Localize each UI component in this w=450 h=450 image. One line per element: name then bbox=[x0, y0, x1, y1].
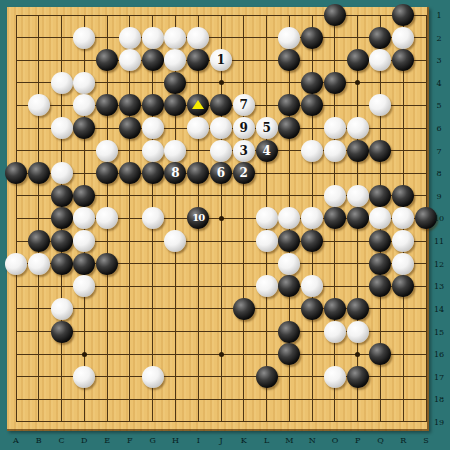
stone-black[interactable]: 8 bbox=[164, 162, 186, 184]
stone-black[interactable] bbox=[96, 253, 118, 275]
stone-black[interactable] bbox=[301, 298, 323, 320]
stone-black[interactable] bbox=[301, 27, 323, 49]
stone-black[interactable] bbox=[278, 94, 300, 116]
stone-black[interactable] bbox=[96, 94, 118, 116]
stone-black[interactable]: 4 bbox=[256, 140, 278, 162]
stone-white[interactable] bbox=[210, 117, 232, 139]
stone-white[interactable] bbox=[347, 117, 369, 139]
stone-white[interactable] bbox=[73, 230, 95, 252]
stone-white[interactable] bbox=[96, 140, 118, 162]
stone-white[interactable] bbox=[324, 140, 346, 162]
stone-white[interactable]: 3 bbox=[233, 140, 255, 162]
move-number-label: 7 bbox=[233, 94, 255, 116]
rank-label: 6 bbox=[431, 124, 447, 133]
file-label: C bbox=[54, 436, 70, 445]
stone-white[interactable] bbox=[324, 117, 346, 139]
star-point bbox=[219, 352, 224, 357]
rank-label: 9 bbox=[431, 192, 447, 201]
stone-white[interactable] bbox=[142, 207, 164, 229]
stone-black[interactable] bbox=[256, 366, 278, 388]
stone-white[interactable]: 9 bbox=[233, 117, 255, 139]
rank-label: 14 bbox=[431, 305, 447, 314]
stone-black[interactable] bbox=[73, 185, 95, 207]
stone-black[interactable] bbox=[119, 94, 141, 116]
stone-black[interactable]: 10 bbox=[187, 207, 209, 229]
stone-white[interactable] bbox=[324, 185, 346, 207]
grid-line-horizontal bbox=[16, 399, 427, 400]
stone-black[interactable] bbox=[119, 162, 141, 184]
stone-black[interactable] bbox=[233, 298, 255, 320]
move-number-label: 1 bbox=[210, 49, 232, 71]
stone-white[interactable] bbox=[142, 27, 164, 49]
stone-white[interactable] bbox=[164, 230, 186, 252]
stone-white[interactable] bbox=[324, 321, 346, 343]
file-label: A bbox=[8, 436, 24, 445]
stone-black[interactable] bbox=[119, 117, 141, 139]
stone-black[interactable] bbox=[278, 321, 300, 343]
stone-black[interactable] bbox=[347, 49, 369, 71]
stone-black[interactable] bbox=[369, 27, 391, 49]
stone-white[interactable] bbox=[73, 207, 95, 229]
file-label: G bbox=[145, 436, 161, 445]
stone-white[interactable] bbox=[347, 185, 369, 207]
file-label: O bbox=[327, 436, 343, 445]
rank-label: 10 bbox=[431, 214, 447, 223]
stone-white[interactable] bbox=[278, 253, 300, 275]
stone-black[interactable] bbox=[164, 72, 186, 94]
rank-label: 17 bbox=[431, 373, 447, 382]
file-label: Q bbox=[372, 436, 388, 445]
stone-white[interactable] bbox=[164, 140, 186, 162]
file-label: R bbox=[395, 436, 411, 445]
stone-white[interactable] bbox=[256, 207, 278, 229]
stone-white[interactable] bbox=[324, 366, 346, 388]
stone-black[interactable] bbox=[28, 162, 50, 184]
stone-black[interactable] bbox=[369, 343, 391, 365]
rank-label: 1 bbox=[431, 11, 447, 20]
stone-black[interactable] bbox=[164, 94, 186, 116]
grid-line-vertical bbox=[243, 15, 244, 423]
rank-label: 3 bbox=[431, 56, 447, 65]
move-number-label: 10 bbox=[187, 207, 209, 229]
file-label: S bbox=[418, 436, 434, 445]
stone-white[interactable] bbox=[187, 117, 209, 139]
file-label: P bbox=[350, 436, 366, 445]
stone-white[interactable] bbox=[278, 27, 300, 49]
stone-black[interactable] bbox=[28, 230, 50, 252]
stone-white[interactable] bbox=[142, 140, 164, 162]
rank-label: 13 bbox=[431, 282, 447, 291]
stone-white[interactable] bbox=[392, 207, 414, 229]
file-label: I bbox=[190, 436, 206, 445]
file-label: F bbox=[122, 436, 138, 445]
file-label: D bbox=[76, 436, 92, 445]
stone-black[interactable] bbox=[301, 72, 323, 94]
star-point bbox=[82, 352, 87, 357]
stone-white[interactable] bbox=[369, 207, 391, 229]
stone-white[interactable] bbox=[301, 207, 323, 229]
stone-black[interactable] bbox=[73, 117, 95, 139]
stone-white[interactable] bbox=[142, 366, 164, 388]
stone-black[interactable]: 2 bbox=[233, 162, 255, 184]
stone-white[interactable] bbox=[347, 321, 369, 343]
rank-label: 18 bbox=[431, 395, 447, 404]
stone-black[interactable] bbox=[187, 49, 209, 71]
stone-white[interactable] bbox=[51, 117, 73, 139]
stone-black[interactable] bbox=[392, 49, 414, 71]
stone-black[interactable] bbox=[96, 49, 118, 71]
stone-black[interactable] bbox=[369, 230, 391, 252]
stone-black[interactable] bbox=[278, 49, 300, 71]
stone-white[interactable] bbox=[73, 72, 95, 94]
stone-white[interactable] bbox=[51, 298, 73, 320]
stone-black[interactable] bbox=[210, 94, 232, 116]
stone-black[interactable] bbox=[392, 185, 414, 207]
stone-black[interactable] bbox=[5, 162, 27, 184]
stone-black[interactable] bbox=[324, 298, 346, 320]
move-number-label: 9 bbox=[233, 117, 255, 139]
stone-black[interactable] bbox=[324, 207, 346, 229]
stone-black[interactable] bbox=[278, 230, 300, 252]
stone-black[interactable] bbox=[51, 253, 73, 275]
stone-white[interactable] bbox=[301, 275, 323, 297]
move-number-label: 2 bbox=[233, 162, 255, 184]
file-label: J bbox=[213, 436, 229, 445]
stone-white[interactable]: 7 bbox=[233, 94, 255, 116]
stone-white[interactable] bbox=[73, 366, 95, 388]
stone-white[interactable] bbox=[164, 27, 186, 49]
stone-white[interactable] bbox=[187, 27, 209, 49]
stone-white[interactable] bbox=[73, 27, 95, 49]
stone-black[interactable] bbox=[187, 94, 209, 116]
stone-white[interactable] bbox=[256, 275, 278, 297]
stone-white[interactable] bbox=[51, 72, 73, 94]
stone-black[interactable] bbox=[347, 140, 369, 162]
grid-line-horizontal bbox=[16, 421, 427, 422]
stone-black[interactable] bbox=[347, 298, 369, 320]
move-number-label: 4 bbox=[256, 140, 278, 162]
stone-black[interactable] bbox=[369, 275, 391, 297]
stone-black[interactable] bbox=[96, 162, 118, 184]
stone-white[interactable] bbox=[96, 207, 118, 229]
stone-black[interactable] bbox=[142, 162, 164, 184]
stone-black[interactable] bbox=[347, 207, 369, 229]
stone-black[interactable] bbox=[51, 185, 73, 207]
rank-label: 5 bbox=[431, 101, 447, 110]
stone-black[interactable] bbox=[324, 72, 346, 94]
stone-black[interactable] bbox=[73, 253, 95, 275]
move-number-label: 5 bbox=[256, 117, 278, 139]
file-label: K bbox=[236, 436, 252, 445]
stone-white[interactable] bbox=[28, 253, 50, 275]
stone-white[interactable] bbox=[51, 162, 73, 184]
stone-white[interactable] bbox=[256, 230, 278, 252]
stone-black[interactable] bbox=[369, 253, 391, 275]
file-label: H bbox=[167, 436, 183, 445]
stone-white[interactable] bbox=[369, 49, 391, 71]
file-label: B bbox=[31, 436, 47, 445]
file-label: M bbox=[281, 436, 297, 445]
star-point bbox=[219, 216, 224, 221]
stone-white[interactable]: 5 bbox=[256, 117, 278, 139]
star-point bbox=[355, 80, 360, 85]
rank-label: 15 bbox=[431, 328, 447, 337]
stone-black[interactable] bbox=[142, 94, 164, 116]
stone-white[interactable] bbox=[164, 49, 186, 71]
rank-label: 12 bbox=[431, 260, 447, 269]
star-point bbox=[355, 352, 360, 357]
file-label: L bbox=[259, 436, 275, 445]
stone-white[interactable] bbox=[73, 94, 95, 116]
move-number-label: 3 bbox=[233, 140, 255, 162]
triangle-marker bbox=[192, 100, 204, 109]
stone-black[interactable] bbox=[369, 140, 391, 162]
stone-white[interactable] bbox=[301, 140, 323, 162]
stone-white[interactable] bbox=[369, 94, 391, 116]
file-label: E bbox=[99, 436, 115, 445]
rank-label: 11 bbox=[431, 237, 447, 246]
rank-label: 16 bbox=[431, 350, 447, 359]
stone-white[interactable] bbox=[119, 27, 141, 49]
stone-white[interactable] bbox=[73, 275, 95, 297]
rank-label: 4 bbox=[431, 79, 447, 88]
rank-label: 19 bbox=[431, 418, 447, 427]
stone-white[interactable]: 1 bbox=[210, 49, 232, 71]
stone-black[interactable] bbox=[278, 275, 300, 297]
stone-white[interactable] bbox=[119, 49, 141, 71]
go-board[interactable]: 17953486210 bbox=[7, 7, 429, 431]
stone-white[interactable] bbox=[392, 253, 414, 275]
rank-label: 7 bbox=[431, 147, 447, 156]
star-point bbox=[219, 80, 224, 85]
stone-white[interactable] bbox=[142, 117, 164, 139]
rank-label: 8 bbox=[431, 169, 447, 178]
stone-white[interactable] bbox=[5, 253, 27, 275]
stone-black[interactable] bbox=[142, 49, 164, 71]
rank-label: 2 bbox=[431, 34, 447, 43]
stone-white[interactable] bbox=[392, 230, 414, 252]
stone-white[interactable] bbox=[278, 207, 300, 229]
go-board-frame: 17953486210 ABCDEFGHIJKLMNOPQRS 12345678… bbox=[0, 0, 450, 450]
stone-black[interactable] bbox=[187, 162, 209, 184]
stone-white[interactable] bbox=[210, 140, 232, 162]
stone-black[interactable]: 6 bbox=[210, 162, 232, 184]
stone-black[interactable] bbox=[51, 230, 73, 252]
stone-black[interactable] bbox=[278, 117, 300, 139]
stone-black[interactable] bbox=[392, 4, 414, 26]
stone-black[interactable] bbox=[278, 343, 300, 365]
move-number-label: 6 bbox=[210, 162, 232, 184]
stone-black[interactable] bbox=[51, 321, 73, 343]
stone-black[interactable] bbox=[301, 94, 323, 116]
stone-black[interactable] bbox=[324, 4, 346, 26]
stone-black[interactable] bbox=[392, 275, 414, 297]
stone-black[interactable] bbox=[301, 230, 323, 252]
file-label: N bbox=[304, 436, 320, 445]
stone-black[interactable] bbox=[347, 366, 369, 388]
stone-white[interactable] bbox=[392, 27, 414, 49]
stone-black[interactable] bbox=[369, 185, 391, 207]
move-number-label: 8 bbox=[164, 162, 186, 184]
stone-black[interactable] bbox=[51, 207, 73, 229]
stone-white[interactable] bbox=[28, 94, 50, 116]
